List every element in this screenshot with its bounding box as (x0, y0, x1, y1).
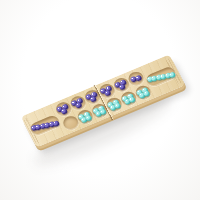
product-photo-scene (0, 0, 200, 200)
right-store-pit[interactable] (144, 65, 177, 88)
left-store-pit[interactable] (28, 114, 61, 137)
